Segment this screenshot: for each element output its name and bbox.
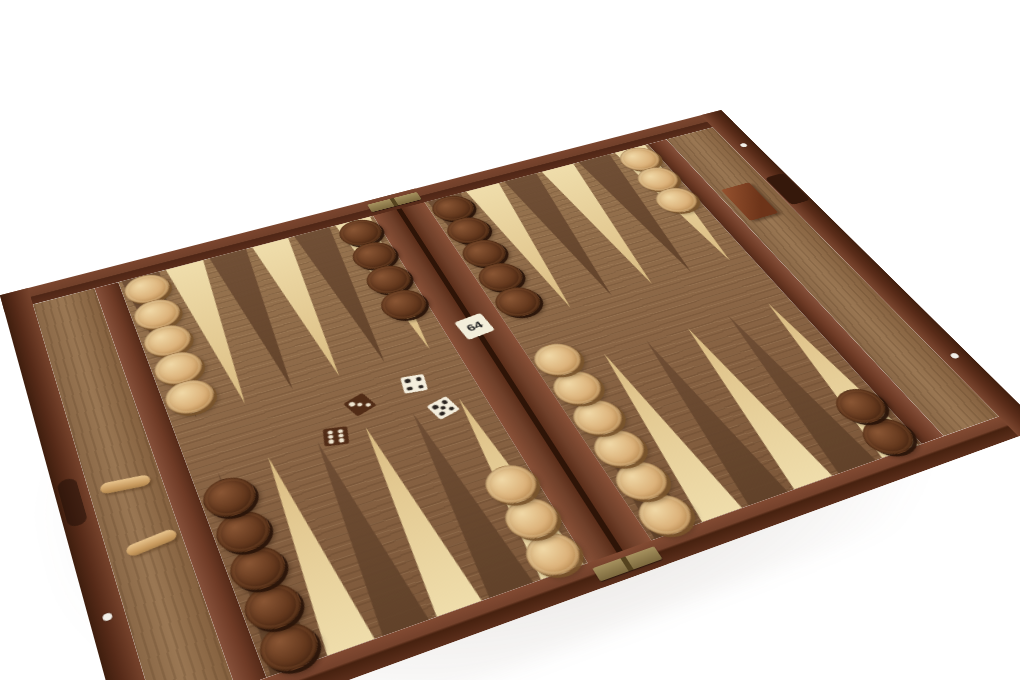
- scene: 648: [0, 0, 1020, 680]
- backgammon-case: 648: [0, 110, 1020, 680]
- product-photo-backdrop: 648: [0, 0, 1020, 680]
